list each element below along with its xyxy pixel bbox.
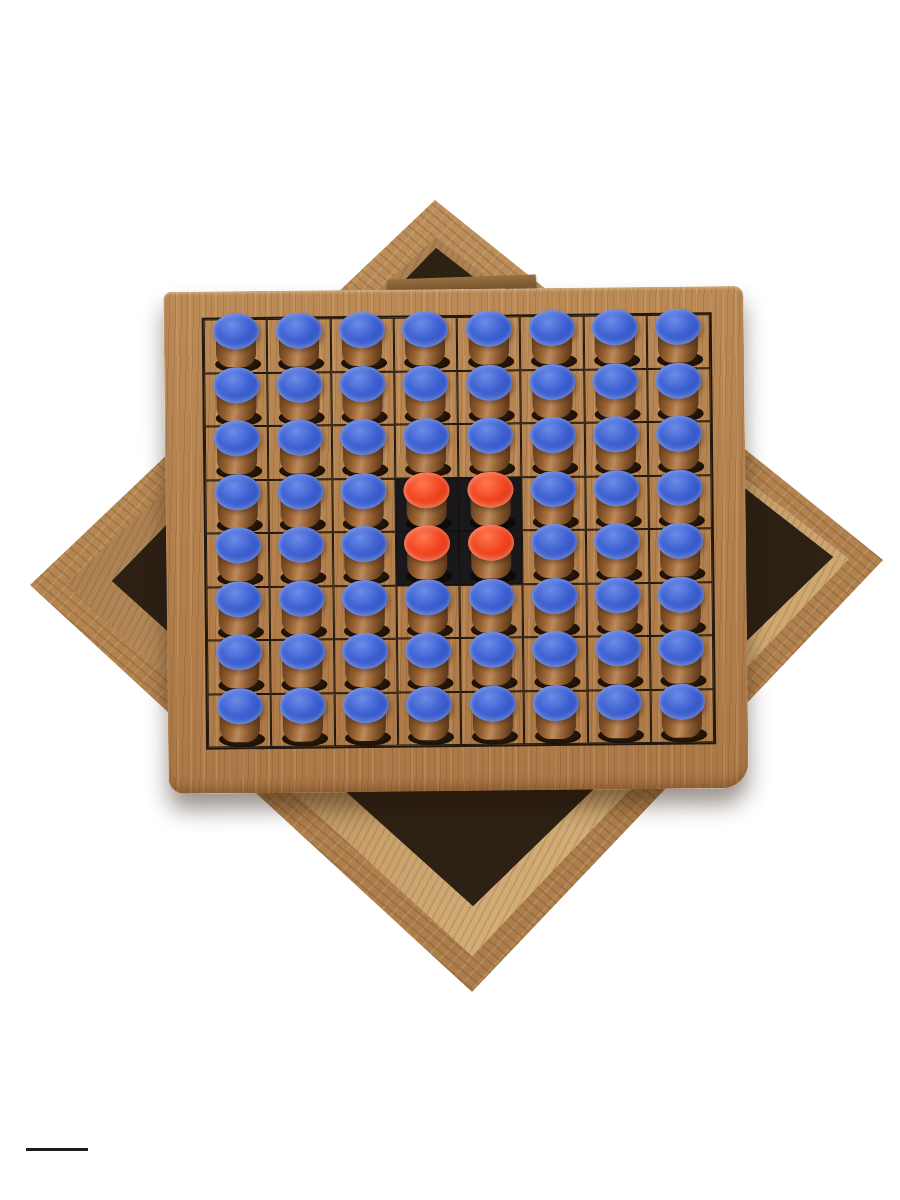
blue-peg[interactable]	[585, 423, 647, 475]
blue-peg[interactable]	[586, 476, 648, 528]
board-cell-a5	[206, 533, 270, 587]
board-cell-a2	[204, 372, 268, 426]
board-cell-f1	[520, 316, 584, 370]
board-cell-g1	[583, 315, 647, 369]
board-cell-d5	[396, 531, 460, 585]
blue-peg[interactable]	[460, 585, 522, 637]
board-cell-g2	[584, 368, 648, 422]
board-cell-e8	[461, 691, 525, 745]
blue-peg[interactable]	[588, 690, 650, 742]
board-cell-h2	[647, 368, 711, 422]
blue-peg[interactable]	[206, 480, 268, 532]
board-cell-e5	[459, 530, 523, 584]
blue-peg[interactable]	[335, 640, 397, 692]
board-cell-g8	[587, 689, 651, 743]
blue-peg[interactable]	[272, 694, 334, 746]
blue-peg[interactable]	[335, 693, 397, 745]
board-cell-b2	[267, 372, 331, 426]
blue-peg[interactable]	[332, 372, 394, 424]
board-cell-c6	[333, 585, 397, 639]
blue-peg[interactable]	[462, 692, 524, 744]
board-cell-g4	[585, 475, 649, 529]
board-cell-d1	[393, 317, 457, 371]
blue-peg[interactable]	[585, 370, 647, 422]
blue-peg[interactable]	[459, 424, 521, 476]
board-cell-e2	[457, 370, 521, 424]
blue-peg[interactable]	[648, 369, 710, 421]
blue-peg[interactable]	[334, 586, 396, 638]
blue-peg[interactable]	[208, 641, 270, 693]
blue-peg[interactable]	[332, 426, 394, 478]
blue-peg[interactable]	[524, 584, 586, 636]
blue-peg[interactable]	[207, 534, 269, 586]
blue-peg[interactable]	[521, 317, 583, 369]
blue-peg[interactable]	[396, 425, 458, 477]
blue-peg[interactable]	[650, 529, 712, 581]
blue-peg[interactable]	[270, 480, 332, 532]
board-cell-a1	[204, 319, 268, 373]
blue-peg[interactable]	[268, 319, 330, 371]
blue-peg[interactable]	[525, 691, 587, 743]
blue-peg[interactable]	[522, 424, 584, 476]
board-cell-b1	[267, 318, 331, 372]
board-cell-g5	[585, 529, 649, 583]
blue-peg[interactable]	[394, 318, 456, 370]
board-cell-b6	[270, 586, 334, 640]
blue-peg[interactable]	[523, 531, 585, 583]
board-grid	[202, 312, 716, 749]
blue-peg[interactable]	[649, 476, 711, 528]
blue-peg[interactable]	[523, 477, 585, 529]
board-cell-b8	[271, 693, 335, 747]
board-cell-f2	[520, 369, 584, 423]
blue-peg[interactable]	[521, 370, 583, 422]
board-cell-c3	[331, 425, 395, 479]
blue-peg[interactable]	[647, 315, 709, 367]
board-cell-a7	[207, 640, 271, 694]
board-cell-h3	[648, 421, 712, 475]
board-cell-d2	[394, 370, 458, 424]
board-cell-f5	[522, 530, 586, 584]
board-cell-h7	[650, 635, 714, 689]
red-peg[interactable]	[460, 531, 522, 583]
blue-peg[interactable]	[458, 317, 520, 369]
board-cell-e7	[460, 637, 524, 691]
blue-peg[interactable]	[586, 530, 648, 582]
board-cell-b4	[269, 479, 333, 533]
board-cell-d3	[395, 424, 459, 478]
board-cell-f6	[523, 583, 587, 637]
blue-peg[interactable]	[587, 583, 649, 635]
blue-peg[interactable]	[649, 422, 711, 474]
blue-peg[interactable]	[205, 373, 267, 425]
blue-peg[interactable]	[651, 690, 713, 742]
board-cell-e3	[458, 423, 522, 477]
board-cell-d7	[397, 638, 461, 692]
board-cell-e6	[459, 584, 523, 638]
blue-peg[interactable]	[398, 692, 460, 744]
game-board	[163, 286, 748, 794]
board-cell-c2	[331, 371, 395, 425]
blue-peg[interactable]	[207, 587, 269, 639]
red-peg[interactable]	[397, 532, 459, 584]
blue-peg[interactable]	[588, 637, 650, 689]
blue-peg[interactable]	[209, 694, 271, 746]
blue-peg[interactable]	[331, 319, 393, 371]
board-cell-h1	[646, 314, 710, 368]
board-cell-c8	[334, 692, 398, 746]
board-cell-c4	[332, 478, 396, 532]
blue-peg[interactable]	[269, 426, 331, 478]
board-cell-a4	[205, 479, 269, 533]
scene	[0, 0, 900, 1200]
board-cell-f7	[523, 637, 587, 691]
blue-peg[interactable]	[398, 639, 460, 691]
board-cell-g3	[584, 422, 648, 476]
blue-peg[interactable]	[395, 371, 457, 423]
blue-peg[interactable]	[458, 371, 520, 423]
board-cell-d8	[397, 691, 461, 745]
board-cell-b7	[270, 639, 334, 693]
blue-peg[interactable]	[397, 585, 459, 637]
board-cell-b3	[268, 425, 332, 479]
board-cell-g6	[586, 582, 650, 636]
board-cell-g7	[587, 636, 651, 690]
board-cell-c1	[330, 318, 394, 372]
red-peg[interactable]	[396, 478, 458, 530]
blue-peg[interactable]	[651, 636, 713, 688]
board-cell-a8	[208, 693, 272, 747]
board-cell-a3	[205, 426, 269, 480]
board-cell-a6	[206, 586, 270, 640]
blue-peg[interactable]	[205, 320, 267, 372]
board-cell-b5	[269, 532, 333, 586]
board-cell-c5	[332, 532, 396, 586]
board-cell-f8	[524, 690, 588, 744]
board-cell-h5	[649, 528, 713, 582]
blue-peg[interactable]	[584, 316, 646, 368]
blue-peg[interactable]	[270, 533, 332, 585]
blue-peg[interactable]	[271, 640, 333, 692]
board-cell-f4	[522, 476, 586, 530]
blue-peg[interactable]	[650, 583, 712, 635]
board-cell-e1	[457, 316, 521, 370]
red-peg[interactable]	[459, 478, 521, 530]
photo-artifact-line	[26, 1148, 88, 1151]
board-cell-h4	[648, 475, 712, 529]
blue-peg[interactable]	[333, 533, 395, 585]
blue-peg[interactable]	[461, 638, 523, 690]
blue-peg[interactable]	[206, 427, 268, 479]
blue-peg[interactable]	[268, 373, 330, 425]
board-cell-e4	[458, 477, 522, 531]
board-cell-d6	[396, 584, 460, 638]
blue-peg[interactable]	[524, 638, 586, 690]
board-cell-d4	[395, 477, 459, 531]
blue-peg[interactable]	[333, 479, 395, 531]
blue-peg[interactable]	[271, 587, 333, 639]
board-cell-h8	[650, 689, 714, 743]
board-cell-h6	[649, 582, 713, 636]
board-cell-c7	[334, 639, 398, 693]
board-cell-f3	[521, 423, 585, 477]
